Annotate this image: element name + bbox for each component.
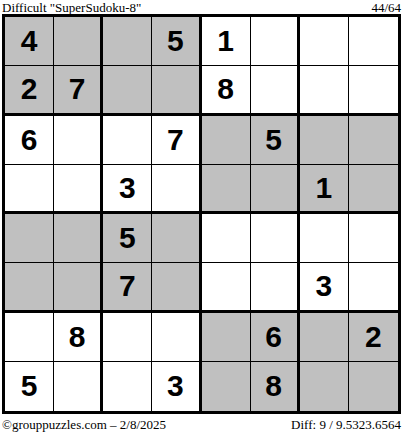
- copyright-text: ©grouppuzzles.com – 2/8/2025: [2, 418, 166, 432]
- cell-r2c1[interactable]: 2: [5, 66, 54, 115]
- cell-r8c6[interactable]: 8: [251, 362, 300, 411]
- cell-r2c4[interactable]: [152, 66, 201, 115]
- puzzle-page: Difficult "SuperSudoku-8" 44/64 45127867…: [0, 0, 403, 437]
- given-digit: 7: [69, 74, 86, 104]
- cell-r4c6[interactable]: [251, 165, 300, 214]
- cell-r3c3[interactable]: [103, 116, 152, 165]
- cell-r4c4[interactable]: [152, 165, 201, 214]
- cell-r2c8[interactable]: [349, 66, 398, 115]
- cell-r2c2[interactable]: 7: [54, 66, 103, 115]
- cell-r8c7[interactable]: [300, 362, 349, 411]
- cell-r2c5[interactable]: 8: [202, 66, 251, 115]
- puzzle-title: Difficult "SuperSudoku-8": [2, 1, 141, 14]
- cell-r1c6[interactable]: [251, 17, 300, 66]
- cell-r3c2[interactable]: [54, 116, 103, 165]
- cell-counter: 44/64: [371, 1, 401, 14]
- cell-r8c3[interactable]: [103, 362, 152, 411]
- given-digit: 1: [315, 173, 332, 203]
- cell-r5c4[interactable]: [152, 214, 201, 263]
- cell-r3c5[interactable]: [202, 116, 251, 165]
- cell-r5c8[interactable]: [349, 214, 398, 263]
- given-digit: 5: [265, 125, 282, 155]
- cell-r7c7[interactable]: [300, 313, 349, 362]
- cell-r8c8[interactable]: [349, 362, 398, 411]
- cell-r7c3[interactable]: [103, 313, 152, 362]
- given-digit: 1: [217, 26, 234, 56]
- cell-r7c5[interactable]: [202, 313, 251, 362]
- cell-r5c7[interactable]: [300, 214, 349, 263]
- cell-r6c4[interactable]: [152, 263, 201, 312]
- cell-r4c2[interactable]: [54, 165, 103, 214]
- cell-r1c3[interactable]: [103, 17, 152, 66]
- given-digit: 7: [119, 271, 136, 301]
- cell-r7c8[interactable]: 2: [349, 313, 398, 362]
- cell-r8c5[interactable]: [202, 362, 251, 411]
- given-digit: 7: [167, 125, 184, 155]
- given-digit: 8: [69, 322, 86, 352]
- cell-r5c2[interactable]: [54, 214, 103, 263]
- cell-r4c8[interactable]: [349, 165, 398, 214]
- cell-r4c5[interactable]: [202, 165, 251, 214]
- cell-r3c8[interactable]: [349, 116, 398, 165]
- cell-r6c2[interactable]: [54, 263, 103, 312]
- given-digit: 4: [21, 26, 38, 56]
- cell-r1c5[interactable]: 1: [202, 17, 251, 66]
- given-digit: 8: [217, 74, 234, 104]
- sudoku-board: 45127867531573862538: [2, 14, 401, 414]
- given-digit: 5: [21, 371, 38, 401]
- cell-r5c5[interactable]: [202, 214, 251, 263]
- given-digit: 8: [265, 371, 282, 401]
- cell-r5c1[interactable]: [5, 214, 54, 263]
- cell-r1c8[interactable]: [349, 17, 398, 66]
- cell-r2c3[interactable]: [103, 66, 152, 115]
- cell-r2c7[interactable]: [300, 66, 349, 115]
- cell-r5c3[interactable]: 5: [103, 214, 152, 263]
- cell-r6c5[interactable]: [202, 263, 251, 312]
- header-row: Difficult "SuperSudoku-8" 44/64: [0, 0, 403, 14]
- given-digit: 3: [119, 173, 136, 203]
- footer-row: ©grouppuzzles.com – 2/8/2025 Diff: 9 / 9…: [0, 414, 403, 432]
- given-digit: 3: [167, 371, 184, 401]
- cell-r3c7[interactable]: [300, 116, 349, 165]
- given-digit: 2: [365, 322, 382, 352]
- cell-r7c4[interactable]: [152, 313, 201, 362]
- cell-r5c6[interactable]: [251, 214, 300, 263]
- cell-r1c1[interactable]: 4: [5, 17, 54, 66]
- cell-r6c7[interactable]: 3: [300, 263, 349, 312]
- cell-r1c4[interactable]: 5: [152, 17, 201, 66]
- cell-r3c1[interactable]: 6: [5, 116, 54, 165]
- cell-r2c6[interactable]: [251, 66, 300, 115]
- cell-r7c2[interactable]: 8: [54, 313, 103, 362]
- cell-r6c8[interactable]: [349, 263, 398, 312]
- cell-r6c6[interactable]: [251, 263, 300, 312]
- cell-r3c6[interactable]: 5: [251, 116, 300, 165]
- cell-r8c2[interactable]: [54, 362, 103, 411]
- cell-r1c7[interactable]: [300, 17, 349, 66]
- cell-r6c3[interactable]: 7: [103, 263, 152, 312]
- given-digit: 2: [21, 74, 38, 104]
- cell-r4c7[interactable]: 1: [300, 165, 349, 214]
- given-digit: 5: [119, 223, 136, 253]
- given-digit: 3: [315, 271, 332, 301]
- given-digit: 6: [265, 322, 282, 352]
- cell-r7c6[interactable]: 6: [251, 313, 300, 362]
- given-digit: 5: [167, 26, 184, 56]
- cell-r8c1[interactable]: 5: [5, 362, 54, 411]
- given-digit: 6: [21, 125, 38, 155]
- difficulty-text: Diff: 9 / 9.5323.6564: [291, 418, 401, 432]
- cell-r8c4[interactable]: 3: [152, 362, 201, 411]
- cell-r6c1[interactable]: [5, 263, 54, 312]
- cell-r7c1[interactable]: [5, 313, 54, 362]
- cell-r4c1[interactable]: [5, 165, 54, 214]
- cell-r3c4[interactable]: 7: [152, 116, 201, 165]
- cell-r1c2[interactable]: [54, 17, 103, 66]
- cell-r4c3[interactable]: 3: [103, 165, 152, 214]
